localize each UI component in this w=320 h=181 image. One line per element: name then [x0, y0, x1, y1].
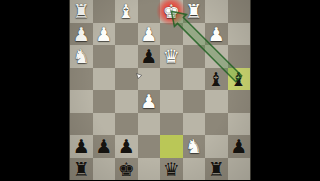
- piece-wP-h2[interactable]: ♟: [70, 23, 93, 46]
- square-e6[interactable]: [138, 113, 161, 136]
- square-h7[interactable]: ♟: [70, 135, 93, 158]
- piece-bR-b8[interactable]: ♜: [205, 158, 228, 181]
- square-f2[interactable]: [115, 23, 138, 46]
- chess-board[interactable]: ♜♝♚♜♟♟♟♟♞♟♛♝♝♟♟♟♟♞♟♜♚♛♜: [70, 0, 250, 180]
- piece-bK-f8[interactable]: ♚: [115, 158, 138, 181]
- square-h4[interactable]: [70, 68, 93, 91]
- piece-bP-a7[interactable]: ♟: [228, 135, 251, 158]
- square-e7[interactable]: [138, 135, 161, 158]
- square-a1[interactable]: [228, 0, 251, 23]
- piece-wP-b2[interactable]: ♟: [205, 23, 228, 46]
- square-c2[interactable]: [183, 23, 206, 46]
- square-c5[interactable]: [183, 90, 206, 113]
- square-c4[interactable]: [183, 68, 206, 91]
- piece-bB-a4[interactable]: ♝: [228, 68, 251, 91]
- piece-wP-e5[interactable]: ♟: [138, 90, 161, 113]
- piece-wQ-d3[interactable]: ♛: [160, 45, 183, 68]
- square-d4[interactable]: [160, 68, 183, 91]
- square-a8[interactable]: [228, 158, 251, 181]
- square-f4[interactable]: [115, 68, 138, 91]
- square-e3[interactable]: ♟: [138, 45, 161, 68]
- square-c1[interactable]: ♜: [183, 0, 206, 23]
- square-e5[interactable]: ♟: [138, 90, 161, 113]
- square-g3[interactable]: [93, 45, 116, 68]
- square-c3[interactable]: [183, 45, 206, 68]
- square-h8[interactable]: ♜: [70, 158, 93, 181]
- piece-bP-g7[interactable]: ♟: [93, 135, 116, 158]
- piece-wN-c7[interactable]: ♞: [183, 135, 206, 158]
- square-e1[interactable]: [138, 0, 161, 23]
- square-b5[interactable]: [205, 90, 228, 113]
- square-h6[interactable]: [70, 113, 93, 136]
- square-f6[interactable]: [115, 113, 138, 136]
- letterbox-right: [250, 0, 320, 180]
- square-f1[interactable]: ♝: [115, 0, 138, 23]
- piece-bP-h7[interactable]: ♟: [70, 135, 93, 158]
- square-b1[interactable]: [205, 0, 228, 23]
- piece-wB-f1[interactable]: ♝: [115, 0, 138, 23]
- mouse-cursor-icon: [136, 73, 143, 80]
- piece-wP-g2[interactable]: ♟: [93, 23, 116, 46]
- square-b2[interactable]: ♟: [205, 23, 228, 46]
- square-b4[interactable]: ♝: [205, 68, 228, 91]
- video-frame: ♜♝♚♜♟♟♟♟♞♟♛♝♝♟♟♟♟♞♟♜♚♛♜: [0, 0, 320, 180]
- square-a3[interactable]: [228, 45, 251, 68]
- square-e8[interactable]: [138, 158, 161, 181]
- square-d5[interactable]: [160, 90, 183, 113]
- square-c7[interactable]: ♞: [183, 135, 206, 158]
- square-a4[interactable]: ♝: [228, 68, 251, 91]
- square-b6[interactable]: [205, 113, 228, 136]
- square-a7[interactable]: ♟: [228, 135, 251, 158]
- square-h5[interactable]: [70, 90, 93, 113]
- square-g5[interactable]: [93, 90, 116, 113]
- square-g7[interactable]: ♟: [93, 135, 116, 158]
- square-d3[interactable]: ♛: [160, 45, 183, 68]
- square-h3[interactable]: ♞: [70, 45, 93, 68]
- square-g6[interactable]: [93, 113, 116, 136]
- square-d1[interactable]: ♚: [160, 0, 183, 23]
- square-f7[interactable]: ♟: [115, 135, 138, 158]
- square-c8[interactable]: [183, 158, 206, 181]
- piece-bP-f7[interactable]: ♟: [115, 135, 138, 158]
- square-d8[interactable]: ♛: [160, 158, 183, 181]
- square-g4[interactable]: [93, 68, 116, 91]
- square-a5[interactable]: [228, 90, 251, 113]
- square-a6[interactable]: [228, 113, 251, 136]
- square-h1[interactable]: ♜: [70, 0, 93, 23]
- square-b3[interactable]: [205, 45, 228, 68]
- piece-wK-d1[interactable]: ♚: [160, 0, 183, 23]
- square-g8[interactable]: [93, 158, 116, 181]
- piece-wP-e2[interactable]: ♟: [138, 23, 161, 46]
- square-h2[interactable]: ♟: [70, 23, 93, 46]
- square-f3[interactable]: [115, 45, 138, 68]
- square-d2[interactable]: [160, 23, 183, 46]
- square-f5[interactable]: [115, 90, 138, 113]
- piece-bP-e3[interactable]: ♟: [138, 45, 161, 68]
- piece-wR-c1[interactable]: ♜: [183, 0, 206, 23]
- square-d6[interactable]: [160, 113, 183, 136]
- square-e2[interactable]: ♟: [138, 23, 161, 46]
- letterbox-left: [0, 0, 70, 180]
- square-g2[interactable]: ♟: [93, 23, 116, 46]
- square-a2[interactable]: [228, 23, 251, 46]
- square-d7[interactable]: [160, 135, 183, 158]
- piece-wN-h3[interactable]: ♞: [70, 45, 93, 68]
- piece-bB-b4[interactable]: ♝: [205, 68, 228, 91]
- square-g1[interactable]: [93, 0, 116, 23]
- piece-wR-h1[interactable]: ♜: [70, 0, 93, 23]
- square-b8[interactable]: ♜: [205, 158, 228, 181]
- square-b7[interactable]: [205, 135, 228, 158]
- piece-bR-h8[interactable]: ♜: [70, 158, 93, 181]
- piece-bQ-d8[interactable]: ♛: [160, 158, 183, 181]
- square-c6[interactable]: [183, 113, 206, 136]
- square-f8[interactable]: ♚: [115, 158, 138, 181]
